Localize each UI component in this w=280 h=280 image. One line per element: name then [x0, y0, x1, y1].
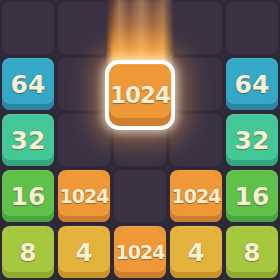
- cell-r3c4[interactable]: [170, 114, 222, 166]
- cell-r1c2[interactable]: [58, 2, 110, 54]
- cell-r1c1[interactable]: [2, 2, 54, 54]
- tile-16-r4c1: 16: [2, 170, 54, 222]
- cell-r2c4[interactable]: [170, 58, 222, 110]
- tile-32-r3c5: 32: [226, 114, 278, 166]
- tile-1024-r4c2: 1024: [58, 170, 110, 222]
- cell-r1c5[interactable]: [226, 2, 278, 54]
- tile-64-r2c1: 64: [2, 58, 54, 110]
- tile-64-r2c5: 64: [226, 58, 278, 110]
- game-board[interactable]: 6464323216102410241684102448 1024: [0, 0, 280, 280]
- tile-4-r5c2: 4: [58, 226, 110, 278]
- cell-r4c3[interactable]: [114, 170, 166, 222]
- tile-8-r5c5: 8: [226, 226, 278, 278]
- falling-beam-effect: [106, 0, 174, 64]
- tile-4-r5c4: 4: [170, 226, 222, 278]
- tile-1024-r4c4: 1024: [170, 170, 222, 222]
- tile-1024-r5c3: 1024: [114, 226, 166, 278]
- cell-r1c4[interactable]: [170, 2, 222, 54]
- tile-32-r3c1: 32: [2, 114, 54, 166]
- cell-r3c2[interactable]: [58, 114, 110, 166]
- tile-8-r5c1: 8: [2, 226, 54, 278]
- cell-r2c2[interactable]: [58, 58, 110, 110]
- tile-16-r4c5: 16: [226, 170, 278, 222]
- falling-tile-1024[interactable]: 1024: [105, 60, 175, 130]
